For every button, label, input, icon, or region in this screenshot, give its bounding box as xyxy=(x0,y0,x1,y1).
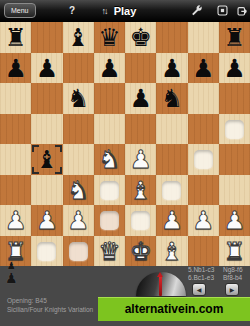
ad-banner[interactable]: alternativein.com xyxy=(98,297,250,321)
black-king[interactable]: ♚ xyxy=(125,22,156,53)
wrench-icon[interactable] xyxy=(190,4,203,17)
last-move-highlight-corner xyxy=(32,145,39,152)
square-f3[interactable] xyxy=(156,175,187,206)
square-g1[interactable] xyxy=(188,236,219,267)
square-a6[interactable] xyxy=(0,83,31,114)
black-knight[interactable]: ♞ xyxy=(156,83,187,114)
move-black: Ng8-f6 xyxy=(223,266,243,274)
black-pawn[interactable]: ♟ xyxy=(125,83,156,114)
square-c2[interactable]: ♟ xyxy=(63,205,94,236)
legal-move-indicator[interactable] xyxy=(225,120,244,139)
app-window: Menu ? ↑↓ Play ♜♝♛♚♜♟♟♟♟♟♟♞♟♞♝♞♟♞♝♟♟♟♟♟♟… xyxy=(0,0,250,326)
square-b1[interactable] xyxy=(31,236,62,267)
move-white: 5.Nb1-c3 xyxy=(188,266,223,274)
square-a4[interactable] xyxy=(0,144,31,175)
square-g8[interactable] xyxy=(188,22,219,53)
last-move-highlight-corner xyxy=(55,167,62,174)
square-g2[interactable]: ♟ xyxy=(188,205,219,236)
chess-board[interactable]: ♜♝♛♚♜♟♟♟♟♟♟♞♟♞♝♞♟♞♝♟♟♟♟♟♟♜♛♚♝♜ xyxy=(0,22,250,266)
last-move-highlight-corner xyxy=(32,167,39,174)
square-c8[interactable]: ♝ xyxy=(63,22,94,53)
square-d2[interactable] xyxy=(94,205,125,236)
page-title: Play xyxy=(0,5,250,17)
square-a7[interactable]: ♟ xyxy=(0,53,31,84)
white-rook[interactable]: ♜ xyxy=(0,236,31,267)
square-h8[interactable]: ♜ xyxy=(219,22,250,53)
legal-move-indicator[interactable] xyxy=(69,242,88,261)
white-knight[interactable]: ♞ xyxy=(63,175,94,206)
square-d3[interactable] xyxy=(94,175,125,206)
legal-move-indicator[interactable] xyxy=(37,242,56,261)
square-e8[interactable]: ♚ xyxy=(125,22,156,53)
square-b8[interactable] xyxy=(31,22,62,53)
white-bishop[interactable]: ♝ xyxy=(156,236,187,267)
square-f7[interactable]: ♟ xyxy=(156,53,187,84)
black-pawn[interactable]: ♟ xyxy=(0,53,31,84)
square-d8[interactable]: ♛ xyxy=(94,22,125,53)
square-h5[interactable] xyxy=(219,114,250,145)
white-queen[interactable]: ♛ xyxy=(94,236,125,267)
gauge-needle xyxy=(159,276,162,296)
black-pawn[interactable]: ♟ xyxy=(31,53,62,84)
square-h4[interactable] xyxy=(219,144,250,175)
square-a3[interactable] xyxy=(0,175,31,206)
square-e2[interactable] xyxy=(125,205,156,236)
black-knight[interactable]: ♞ xyxy=(63,83,94,114)
square-d6[interactable] xyxy=(94,83,125,114)
square-a2[interactable]: ♟ xyxy=(0,205,31,236)
forward-move-button[interactable]: ▶ xyxy=(225,283,239,296)
captured-pawn-icon: ♟ xyxy=(5,270,18,286)
black-bishop[interactable]: ♝ xyxy=(63,22,94,53)
square-f8[interactable] xyxy=(156,22,187,53)
square-c5[interactable] xyxy=(63,114,94,145)
last-move-highlight-corner xyxy=(55,145,62,152)
square-b2[interactable]: ♟ xyxy=(31,205,62,236)
white-pawn[interactable]: ♟ xyxy=(219,205,250,236)
white-pawn[interactable]: ♟ xyxy=(156,205,187,236)
square-e5[interactable] xyxy=(125,114,156,145)
legal-move-indicator[interactable] xyxy=(100,211,119,230)
square-g6[interactable] xyxy=(188,83,219,114)
square-b5[interactable] xyxy=(31,114,62,145)
black-rook[interactable]: ♜ xyxy=(0,22,31,53)
square-d5[interactable] xyxy=(94,114,125,145)
move-list: 5.Nb1-c3 Ng8-f6 6.Bc1-e3 Bf8-b4 xyxy=(188,266,243,282)
square-f6[interactable]: ♞ xyxy=(156,83,187,114)
black-pawn[interactable]: ♟ xyxy=(219,53,250,84)
square-d1[interactable]: ♛ xyxy=(94,236,125,267)
square-e1[interactable]: ♚ xyxy=(125,236,156,267)
square-h2[interactable]: ♟ xyxy=(219,205,250,236)
square-c7[interactable] xyxy=(63,53,94,84)
square-e6[interactable]: ♟ xyxy=(125,83,156,114)
square-a8[interactable]: ♜ xyxy=(0,22,31,53)
square-f1[interactable]: ♝ xyxy=(156,236,187,267)
move-white: 6.Bc1-e3 xyxy=(188,274,223,282)
white-pawn[interactable]: ♟ xyxy=(125,144,156,175)
square-g7[interactable]: ♟ xyxy=(188,53,219,84)
square-e4[interactable]: ♟ xyxy=(125,144,156,175)
square-d7[interactable]: ♟ xyxy=(94,53,125,84)
white-pawn[interactable]: ♟ xyxy=(0,205,31,236)
square-b4[interactable]: ♝ xyxy=(31,144,62,175)
square-h1[interactable]: ♜ xyxy=(219,236,250,267)
black-queen[interactable]: ♛ xyxy=(94,22,125,53)
square-b6[interactable] xyxy=(31,83,62,114)
black-pawn[interactable]: ♟ xyxy=(94,53,125,84)
square-c6[interactable]: ♞ xyxy=(63,83,94,114)
square-f4[interactable] xyxy=(156,144,187,175)
white-knight[interactable]: ♞ xyxy=(94,144,125,175)
white-pawn[interactable]: ♟ xyxy=(31,205,62,236)
square-d4[interactable]: ♞ xyxy=(94,144,125,175)
square-h3[interactable] xyxy=(219,175,250,206)
white-bishop[interactable]: ♝ xyxy=(125,175,156,206)
legal-move-indicator[interactable] xyxy=(162,181,181,200)
evaluation-gauge xyxy=(136,272,186,296)
black-rook[interactable]: ♜ xyxy=(219,22,250,53)
square-h6[interactable] xyxy=(219,83,250,114)
square-f5[interactable] xyxy=(156,114,187,145)
legal-move-indicator[interactable] xyxy=(100,181,119,200)
status-panel: ♟ ♟ Opening: B45 Sicilian/Four Knights V… xyxy=(0,266,250,326)
save-icon[interactable] xyxy=(216,4,229,17)
square-b7[interactable]: ♟ xyxy=(31,53,62,84)
white-king[interactable]: ♚ xyxy=(125,236,156,267)
black-pawn[interactable]: ♟ xyxy=(188,53,219,84)
legal-move-indicator[interactable] xyxy=(131,211,150,230)
back-move-button[interactable]: ◀ xyxy=(192,283,206,296)
square-b3[interactable] xyxy=(31,175,62,206)
white-rook[interactable]: ♜ xyxy=(219,236,250,267)
white-pawn[interactable]: ♟ xyxy=(63,205,94,236)
square-g3[interactable] xyxy=(188,175,219,206)
square-c4[interactable] xyxy=(63,144,94,175)
share-icon[interactable] xyxy=(236,4,249,17)
square-c1[interactable] xyxy=(63,236,94,267)
legal-move-indicator[interactable] xyxy=(194,150,213,169)
square-e3[interactable]: ♝ xyxy=(125,175,156,206)
opening-name: Sicilian/Four Knights Variation xyxy=(7,306,93,313)
black-pawn[interactable]: ♟ xyxy=(156,53,187,84)
nav-bar: Menu ? ↑↓ Play xyxy=(0,0,250,22)
square-c3[interactable]: ♞ xyxy=(63,175,94,206)
move-black: Bf8-b4 xyxy=(223,274,243,282)
square-a5[interactable] xyxy=(0,114,31,145)
square-e7[interactable] xyxy=(125,53,156,84)
square-a1[interactable]: ♜ xyxy=(0,236,31,267)
square-f2[interactable]: ♟ xyxy=(156,205,187,236)
square-h7[interactable]: ♟ xyxy=(219,53,250,84)
square-g5[interactable] xyxy=(188,114,219,145)
opening-code: Opening: B45 xyxy=(7,297,47,304)
square-g4[interactable] xyxy=(188,144,219,175)
white-pawn[interactable]: ♟ xyxy=(188,205,219,236)
